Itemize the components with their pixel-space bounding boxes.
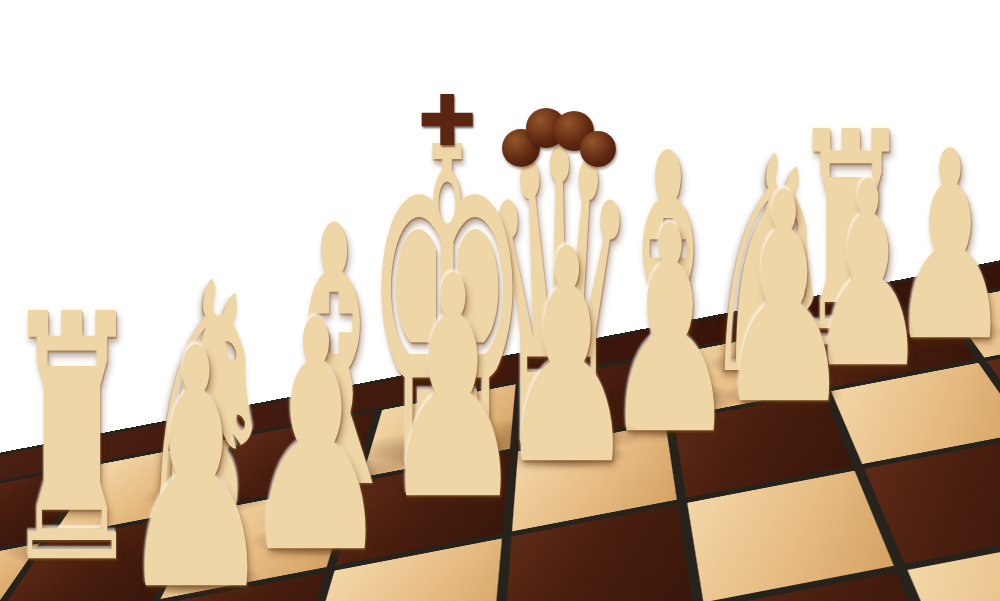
white-pawn-h2[interactable]: ♟: [119, 306, 273, 601]
chess-photo-scene: ♜♞♝♚♛♝♞♜♟♟♟♟♟♟♟♟✚: [0, 0, 1000, 601]
white-pawn-f2[interactable]: ♟: [382, 236, 525, 542]
